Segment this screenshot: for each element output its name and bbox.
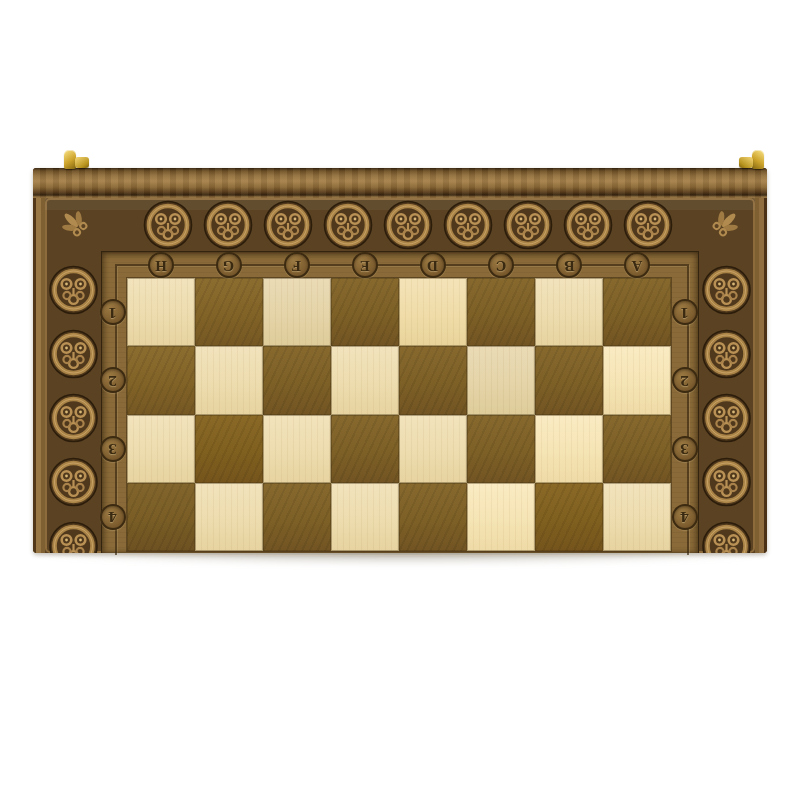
rank-label-left-bump: 1 bbox=[100, 299, 126, 325]
square bbox=[467, 415, 535, 483]
product-photo-scene: HGFEDCBA12341234 bbox=[0, 0, 800, 800]
rank-label-right-bump: 3 bbox=[672, 436, 698, 462]
square bbox=[467, 483, 535, 551]
square bbox=[467, 346, 535, 414]
rank-label-right: 4 bbox=[680, 510, 689, 523]
square bbox=[263, 346, 331, 414]
square bbox=[127, 346, 195, 414]
square bbox=[127, 415, 195, 483]
square bbox=[535, 346, 603, 414]
file-label-bump: D bbox=[420, 252, 446, 278]
brass-hinge-right bbox=[736, 149, 766, 170]
file-label-bump: C bbox=[488, 252, 514, 278]
board-grid bbox=[127, 278, 671, 551]
rank-label-right-bump: 1 bbox=[672, 299, 698, 325]
square bbox=[127, 483, 195, 551]
square bbox=[399, 278, 467, 346]
hinge-knuckle bbox=[752, 150, 764, 169]
file-label-bump: B bbox=[556, 252, 582, 278]
hinge-knuckle bbox=[75, 157, 89, 168]
file-label: F bbox=[292, 259, 301, 272]
square bbox=[399, 415, 467, 483]
rank-label-right: 3 bbox=[680, 442, 689, 455]
hinge-knuckle bbox=[739, 157, 753, 168]
rank-label-right: 2 bbox=[680, 374, 689, 387]
square bbox=[399, 483, 467, 551]
rank-label-left: 2 bbox=[108, 374, 117, 387]
square bbox=[467, 278, 535, 346]
square bbox=[263, 415, 331, 483]
square bbox=[195, 278, 263, 346]
square bbox=[603, 483, 671, 551]
square bbox=[331, 278, 399, 346]
rank-label-left: 1 bbox=[108, 306, 117, 319]
file-label: C bbox=[496, 259, 506, 272]
square bbox=[331, 346, 399, 414]
rank-label-right-bump: 4 bbox=[672, 504, 698, 530]
file-label-bump: G bbox=[216, 252, 242, 278]
file-label-bump: A bbox=[624, 252, 650, 278]
file-label-bump: F bbox=[284, 252, 310, 278]
file-label: H bbox=[155, 259, 167, 272]
square bbox=[603, 278, 671, 346]
file-label: D bbox=[427, 259, 438, 272]
square bbox=[603, 346, 671, 414]
rank-label-left-bump: 3 bbox=[100, 436, 126, 462]
rank-label-right: 1 bbox=[680, 306, 689, 319]
file-label: A bbox=[632, 259, 642, 272]
rank-label-left: 3 bbox=[108, 442, 117, 455]
square bbox=[399, 346, 467, 414]
square bbox=[535, 278, 603, 346]
square bbox=[535, 415, 603, 483]
square bbox=[127, 278, 195, 346]
chessboard: HGFEDCBA12341234 bbox=[33, 168, 767, 553]
file-label-bump: E bbox=[352, 252, 378, 278]
square bbox=[535, 483, 603, 551]
file-label: E bbox=[360, 259, 370, 272]
board-top-molding bbox=[33, 168, 767, 198]
rank-label-left-bump: 4 bbox=[100, 504, 126, 530]
square bbox=[331, 483, 399, 551]
square bbox=[195, 346, 263, 414]
file-label: G bbox=[223, 259, 234, 272]
file-label-bump: H bbox=[148, 252, 174, 278]
square bbox=[603, 415, 671, 483]
file-label: B bbox=[564, 259, 575, 272]
square bbox=[331, 415, 399, 483]
square bbox=[195, 483, 263, 551]
brass-hinge-left bbox=[62, 149, 92, 170]
square bbox=[263, 483, 331, 551]
square bbox=[195, 415, 263, 483]
rank-label-left: 4 bbox=[108, 510, 117, 523]
square bbox=[263, 278, 331, 346]
